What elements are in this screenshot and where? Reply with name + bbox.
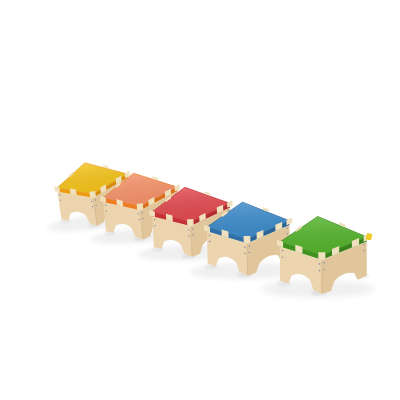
stepping-stools-photo xyxy=(0,0,400,400)
product-photo-canvas xyxy=(0,0,400,400)
label-sticker xyxy=(366,233,373,241)
